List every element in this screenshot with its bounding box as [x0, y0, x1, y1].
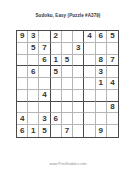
page-title: Sudoku, Easy (Puzzle #A379)	[0, 13, 136, 18]
sudoku-cell-r6c3: 4	[39, 90, 50, 102]
sudoku-cell-r3c2	[28, 55, 39, 67]
footer-url: www.PrintSudoku.com	[0, 162, 136, 166]
sudoku-cell-r2c3: 7	[39, 43, 50, 55]
sudoku-cell-r7c2	[28, 102, 39, 114]
sudoku-cell-r6c8	[96, 90, 107, 102]
sudoku-cell-r1c8: 6	[96, 31, 107, 43]
sudoku-cell-r1c5	[62, 31, 73, 43]
sudoku-cell-r7c8	[96, 102, 107, 114]
sudoku-cell-r8c3: 3	[39, 113, 50, 125]
sudoku-cell-r2c9	[107, 43, 118, 55]
sudoku-cell-r4c5	[62, 66, 73, 78]
sudoku-cell-r5c5	[62, 78, 73, 90]
sudoku-cell-r3c5: 5	[62, 55, 73, 67]
sudoku-cell-r2c8	[96, 43, 107, 55]
sudoku-cell-r3c3: 6	[39, 55, 50, 67]
sudoku-cell-r2c4	[51, 43, 62, 55]
sudoku-cell-r1c3	[39, 31, 50, 43]
sudoku-cell-r9c1: 6	[17, 125, 28, 137]
sudoku-cell-r5c1	[17, 78, 28, 90]
sudoku-cell-r6c2	[28, 90, 39, 102]
sudoku-cell-r6c1	[17, 90, 28, 102]
sudoku-cell-r9c2: 1	[28, 125, 39, 137]
sudoku-cell-r4c7	[84, 66, 95, 78]
sudoku-cell-r2c7	[84, 43, 95, 55]
sudoku-cell-r9c4	[51, 125, 62, 137]
sudoku-cell-r3c4: 1	[51, 55, 62, 67]
sudoku-cell-r3c1	[17, 55, 28, 67]
sudoku-cell-r8c9	[107, 113, 118, 125]
sudoku-cell-r7c1	[17, 102, 28, 114]
sudoku-cell-r5c3	[39, 78, 50, 90]
sudoku-cell-r8c6	[73, 113, 84, 125]
sudoku-cell-r6c5	[62, 90, 73, 102]
sudoku-cell-r4c9	[107, 66, 118, 78]
sudoku-cell-r3c8: 8	[96, 55, 107, 67]
sudoku-cell-r9c7	[84, 125, 95, 137]
sudoku-cell-r3c7	[84, 55, 95, 67]
sudoku-cell-r5c4	[51, 78, 62, 90]
sudoku-cell-r9c5: 7	[62, 125, 73, 137]
sudoku-cell-r6c9	[107, 90, 118, 102]
sudoku-cell-r9c3: 5	[39, 125, 50, 137]
sudoku-grid: 93246557361587653144843661579	[16, 30, 119, 138]
sudoku-cell-r5c6	[73, 78, 84, 90]
sudoku-cell-r2c2: 5	[28, 43, 39, 55]
sudoku-cell-r4c3	[39, 66, 50, 78]
sudoku-cell-r6c4	[51, 90, 62, 102]
sudoku-print-page: Sudoku, Easy (Puzzle #A379) 932465573615…	[0, 0, 136, 176]
sudoku-cell-r6c6	[73, 90, 84, 102]
sudoku-cell-r8c4: 6	[51, 113, 62, 125]
sudoku-cell-r9c6	[73, 125, 84, 137]
sudoku-cell-r5c9: 4	[107, 78, 118, 90]
sudoku-cell-r8c8	[96, 113, 107, 125]
sudoku-cell-r1c9: 5	[107, 31, 118, 43]
sudoku-cell-r1c6	[73, 31, 84, 43]
sudoku-cell-r5c7	[84, 78, 95, 90]
sudoku-cell-r4c8: 3	[96, 66, 107, 78]
sudoku-cell-r3c9: 7	[107, 55, 118, 67]
sudoku-cell-r7c3	[39, 102, 50, 114]
sudoku-cell-r1c4: 2	[51, 31, 62, 43]
sudoku-cell-r6c7	[84, 90, 95, 102]
sudoku-cell-r5c2	[28, 78, 39, 90]
sudoku-cell-r1c1: 9	[17, 31, 28, 43]
sudoku-cell-r8c1: 4	[17, 113, 28, 125]
sudoku-cell-r7c7	[84, 102, 95, 114]
sudoku-cell-r7c9: 8	[107, 102, 118, 114]
sudoku-cell-r3c6	[73, 55, 84, 67]
sudoku-cell-r7c4	[51, 102, 62, 114]
sudoku-cell-r4c2: 6	[28, 66, 39, 78]
sudoku-cell-r9c8: 9	[96, 125, 107, 137]
sudoku-cell-r8c5	[62, 113, 73, 125]
sudoku-cell-r2c6: 3	[73, 43, 84, 55]
sudoku-cell-r1c2: 3	[28, 31, 39, 43]
sudoku-cell-r1c7: 4	[84, 31, 95, 43]
sudoku-cell-r8c7	[84, 113, 95, 125]
sudoku-cell-r4c1	[17, 66, 28, 78]
sudoku-cell-r4c6	[73, 66, 84, 78]
sudoku-cell-r7c6	[73, 102, 84, 114]
sudoku-cell-r7c5	[62, 102, 73, 114]
sudoku-cell-r4c4: 5	[51, 66, 62, 78]
sudoku-cell-r9c9	[107, 125, 118, 137]
sudoku-cell-r5c8: 1	[96, 78, 107, 90]
sudoku-cell-r2c5	[62, 43, 73, 55]
sudoku-cell-r2c1	[17, 43, 28, 55]
sudoku-cell-r8c2	[28, 113, 39, 125]
